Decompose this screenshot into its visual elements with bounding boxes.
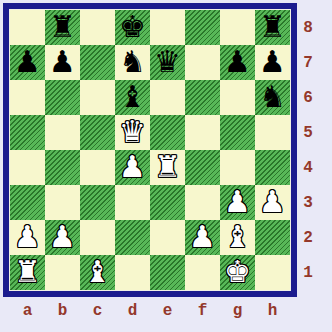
square-a2[interactable]: ♟ — [10, 220, 45, 255]
square-h3[interactable]: ♟ — [255, 185, 290, 220]
white-bishop: ♝ — [80, 255, 115, 290]
square-b1[interactable] — [45, 255, 80, 290]
white-king: ♚ — [220, 255, 255, 290]
rank-label-1: 1 — [297, 255, 319, 290]
square-b3[interactable] — [45, 185, 80, 220]
rank-label-2: 2 — [297, 220, 319, 255]
rank-label-8: 8 — [297, 10, 319, 45]
black-pawn: ♟ — [45, 45, 80, 80]
file-label-d: d — [115, 300, 150, 322]
square-e6[interactable] — [150, 80, 185, 115]
square-d8[interactable]: ♚ — [115, 10, 150, 45]
black-pawn: ♟ — [220, 45, 255, 80]
white-bishop: ♝ — [220, 220, 255, 255]
square-g2[interactable]: ♝ — [220, 220, 255, 255]
white-pawn: ♟ — [45, 220, 80, 255]
square-f1[interactable] — [185, 255, 220, 290]
square-h6[interactable]: ♞ — [255, 80, 290, 115]
rank-label-3: 3 — [297, 185, 319, 220]
square-g5[interactable] — [220, 115, 255, 150]
square-h4[interactable] — [255, 150, 290, 185]
square-g8[interactable] — [220, 10, 255, 45]
white-pawn: ♟ — [255, 185, 290, 220]
square-c3[interactable] — [80, 185, 115, 220]
chess-diagram: ♜♚♜♟♟♞♛♟♟♝♞♛♟♜♟♟♟♟♟♝♜♝♚ 87654321 abcdefg… — [0, 0, 332, 332]
file-label-a: a — [10, 300, 45, 322]
square-f3[interactable] — [185, 185, 220, 220]
square-b2[interactable]: ♟ — [45, 220, 80, 255]
square-c6[interactable] — [80, 80, 115, 115]
square-b7[interactable]: ♟ — [45, 45, 80, 80]
file-labels: abcdefgh — [10, 300, 290, 322]
square-e8[interactable] — [150, 10, 185, 45]
file-label-h: h — [255, 300, 290, 322]
white-rook: ♜ — [150, 150, 185, 185]
square-a1[interactable]: ♜ — [10, 255, 45, 290]
black-pawn: ♟ — [255, 45, 290, 80]
black-knight: ♞ — [115, 45, 150, 80]
white-pawn: ♟ — [185, 220, 220, 255]
board-frame: ♜♚♜♟♟♞♛♟♟♝♞♛♟♜♟♟♟♟♟♝♜♝♚ — [3, 3, 297, 297]
square-d3[interactable] — [115, 185, 150, 220]
square-c2[interactable] — [80, 220, 115, 255]
rank-labels: 87654321 — [297, 10, 319, 290]
black-rook: ♜ — [255, 10, 290, 45]
square-b4[interactable] — [45, 150, 80, 185]
black-rook: ♜ — [45, 10, 80, 45]
black-bishop: ♝ — [115, 80, 150, 115]
square-g1[interactable]: ♚ — [220, 255, 255, 290]
square-g3[interactable]: ♟ — [220, 185, 255, 220]
square-a8[interactable] — [10, 10, 45, 45]
file-label-c: c — [80, 300, 115, 322]
square-f6[interactable] — [185, 80, 220, 115]
square-d6[interactable]: ♝ — [115, 80, 150, 115]
square-h7[interactable]: ♟ — [255, 45, 290, 80]
square-d2[interactable] — [115, 220, 150, 255]
square-f7[interactable] — [185, 45, 220, 80]
square-f5[interactable] — [185, 115, 220, 150]
square-h8[interactable]: ♜ — [255, 10, 290, 45]
white-pawn: ♟ — [10, 220, 45, 255]
square-b8[interactable]: ♜ — [45, 10, 80, 45]
chess-board: ♜♚♜♟♟♞♛♟♟♝♞♛♟♜♟♟♟♟♟♝♜♝♚ — [10, 10, 290, 290]
square-e1[interactable] — [150, 255, 185, 290]
square-d7[interactable]: ♞ — [115, 45, 150, 80]
rank-label-5: 5 — [297, 115, 319, 150]
rank-label-7: 7 — [297, 45, 319, 80]
square-b6[interactable] — [45, 80, 80, 115]
black-queen: ♛ — [150, 45, 185, 80]
square-e7[interactable]: ♛ — [150, 45, 185, 80]
square-c4[interactable] — [80, 150, 115, 185]
square-e4[interactable]: ♜ — [150, 150, 185, 185]
square-c8[interactable] — [80, 10, 115, 45]
square-d1[interactable] — [115, 255, 150, 290]
square-d4[interactable]: ♟ — [115, 150, 150, 185]
square-h1[interactable] — [255, 255, 290, 290]
square-e3[interactable] — [150, 185, 185, 220]
square-f2[interactable]: ♟ — [185, 220, 220, 255]
rank-label-4: 4 — [297, 150, 319, 185]
file-label-f: f — [185, 300, 220, 322]
square-c5[interactable] — [80, 115, 115, 150]
square-f8[interactable] — [185, 10, 220, 45]
square-a7[interactable]: ♟ — [10, 45, 45, 80]
black-king: ♚ — [115, 10, 150, 45]
white-pawn: ♟ — [220, 185, 255, 220]
file-label-g: g — [220, 300, 255, 322]
square-f4[interactable] — [185, 150, 220, 185]
rank-label-6: 6 — [297, 80, 319, 115]
square-a4[interactable] — [10, 150, 45, 185]
square-d5[interactable]: ♛ — [115, 115, 150, 150]
square-h5[interactable] — [255, 115, 290, 150]
file-label-e: e — [150, 300, 185, 322]
square-e2[interactable] — [150, 220, 185, 255]
square-a5[interactable] — [10, 115, 45, 150]
square-c1[interactable]: ♝ — [80, 255, 115, 290]
square-b5[interactable] — [45, 115, 80, 150]
square-g7[interactable]: ♟ — [220, 45, 255, 80]
white-pawn: ♟ — [115, 150, 150, 185]
square-g6[interactable] — [220, 80, 255, 115]
square-a6[interactable] — [10, 80, 45, 115]
square-a3[interactable] — [10, 185, 45, 220]
white-rook: ♜ — [10, 255, 45, 290]
file-label-b: b — [45, 300, 80, 322]
square-h2[interactable] — [255, 220, 290, 255]
square-e5[interactable] — [150, 115, 185, 150]
square-c7[interactable] — [80, 45, 115, 80]
black-knight: ♞ — [255, 80, 290, 115]
square-g4[interactable] — [220, 150, 255, 185]
black-pawn: ♟ — [10, 45, 45, 80]
white-queen: ♛ — [115, 115, 150, 150]
